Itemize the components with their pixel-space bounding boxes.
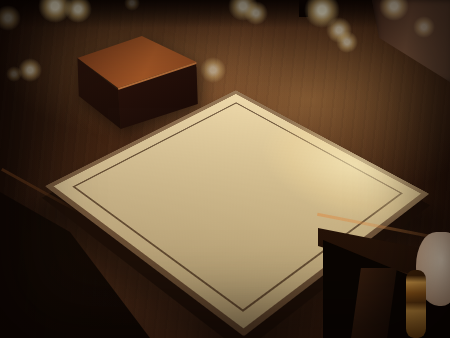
bokeh-light <box>244 1 268 25</box>
bokeh-light <box>200 57 226 83</box>
bokeh-light <box>413 16 435 38</box>
photo-chess-scene: ♜♞♝♛♚♝♞♜♟♟♟♟♟♟♟♟♟♟♟♟♟♟♟♟♜♞♝♛♚♝♞♜ <box>0 0 450 338</box>
bokeh-light <box>18 58 42 82</box>
piece-storage-box <box>62 30 202 130</box>
brass-chair-leg <box>406 270 426 338</box>
bokeh-light <box>6 66 22 82</box>
bokeh-light <box>336 31 358 53</box>
